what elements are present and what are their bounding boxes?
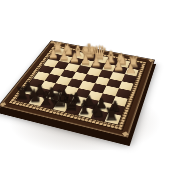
- frame-corner-ornament-icon: [148, 59, 153, 62]
- chess-set-photo: ♜♞♝♚♛♝♞♜♟♟♟♟♟♟♟♟♟♟♟♟♟♟♟♟♜♞♝♚♛♝♞♜: [0, 0, 170, 170]
- square-h8: ♜: [16, 93, 34, 104]
- board-grid: ♜♞♝♚♛♝♞♜♟♟♟♟♟♟♟♟♟♟♟♟♟♟♟♟♜♞♝♚♛♝♞♜: [15, 47, 142, 125]
- frame-corner-ornament-icon: [122, 132, 129, 137]
- frame-corner-ornament-icon: [0, 102, 6, 106]
- square-a8: ♜: [104, 112, 121, 124]
- square-a3: [122, 74, 137, 83]
